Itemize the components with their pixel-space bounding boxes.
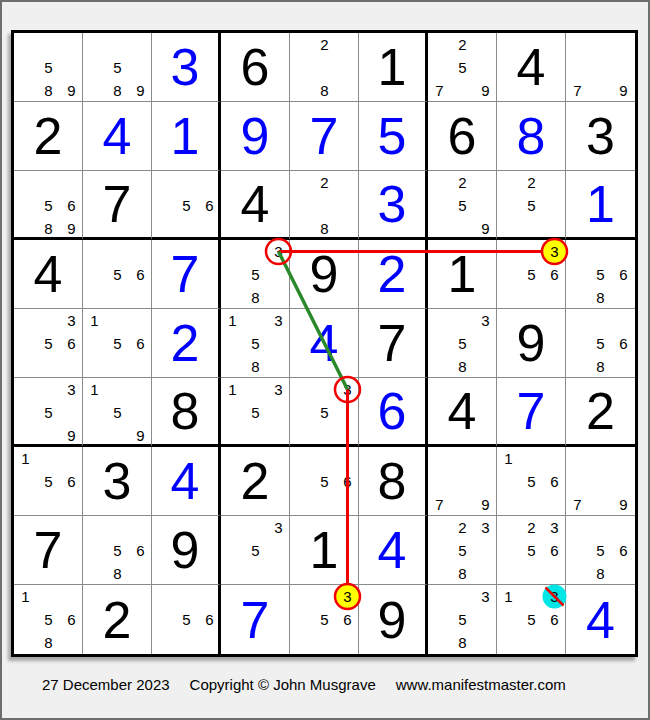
cell-r1c2[interactable]: 589 — [83, 33, 152, 102]
cell-r8c2[interactable]: 568 — [83, 516, 152, 585]
cell-r9c5[interactable]: 356 — [290, 585, 359, 654]
given-digit: 6 — [428, 102, 496, 170]
cell-r7c2[interactable]: 3 — [83, 447, 152, 516]
candidate-5: 5 — [244, 263, 267, 286]
cell-r2c6[interactable]: 5 — [359, 102, 428, 171]
candidate-5: 5 — [106, 401, 129, 424]
cell-r8c6[interactable]: 4 — [359, 516, 428, 585]
cell-r6c7[interactable]: 4 — [428, 378, 497, 447]
candidate-5: 5 — [106, 539, 129, 562]
cell-r4c1[interactable]: 4 — [14, 240, 83, 309]
solved-digit: 1 — [152, 102, 218, 170]
solved-digit: 2 — [152, 309, 218, 377]
cell-r2c1[interactable]: 2 — [14, 102, 83, 171]
candidate-1: 1 — [221, 309, 244, 332]
candidate-5: 5 — [451, 608, 474, 631]
candidate-5: 5 — [520, 539, 543, 562]
solved-digit: 9 — [221, 102, 289, 170]
given-digit: 2 — [221, 447, 289, 515]
given-digit: 2 — [14, 102, 82, 170]
candidate-6: 6 — [336, 470, 359, 493]
candidate-9: 9 — [612, 493, 635, 516]
candidate-5: 5 — [37, 332, 60, 355]
candidate-1: 1 — [83, 309, 106, 332]
candidate-8: 8 — [37, 631, 60, 654]
candidate-5: 5 — [244, 332, 267, 355]
given-digit: 6 — [221, 33, 289, 101]
cell-r7c8[interactable]: 156 — [497, 447, 566, 516]
candidate-8: 8 — [451, 562, 474, 585]
candidate-6: 6 — [60, 608, 83, 631]
solved-digit: 7 — [290, 102, 358, 170]
candidate-8: 8 — [313, 217, 336, 240]
cell-r9c2[interactable]: 2 — [83, 585, 152, 654]
solved-digit: 6 — [359, 378, 425, 444]
candidate-1: 1 — [83, 378, 106, 401]
given-digit: 9 — [359, 585, 425, 654]
candidate-5: 5 — [37, 608, 60, 631]
cell-r2c5[interactable]: 7 — [290, 102, 359, 171]
candidate-9: 9 — [474, 493, 497, 516]
cell-r3c5[interactable]: 28 — [290, 171, 359, 240]
candidate-3: 3 — [474, 585, 497, 608]
candidate-2: 2 — [520, 516, 543, 539]
candidate-5: 5 — [520, 608, 543, 631]
given-digit: 4 — [221, 171, 289, 237]
cell-r8c1[interactable]: 7 — [14, 516, 83, 585]
cell-r1c3[interactable]: 3 — [152, 33, 221, 102]
cell-r8c4[interactable]: 35 — [221, 516, 290, 585]
candidate-5: 5 — [520, 470, 543, 493]
cell-r2c3[interactable]: 1 — [152, 102, 221, 171]
candidate-5: 5 — [37, 194, 60, 217]
cell-r5c8[interactable]: 9 — [497, 309, 566, 378]
solved-digit: 3 — [152, 33, 218, 101]
candidate-5: 5 — [106, 263, 129, 286]
cell-r6c2[interactable]: 159 — [83, 378, 152, 447]
candidate-7: 7 — [428, 493, 451, 516]
cell-r9c9[interactable]: 4 — [566, 585, 635, 654]
candidate-2: 2 — [451, 171, 474, 194]
candidate-6: 6 — [60, 332, 83, 355]
candidate-3: 3 — [60, 309, 83, 332]
solved-digit: 4 — [290, 309, 358, 377]
given-digit: 2 — [566, 378, 635, 444]
cell-r3c2[interactable]: 7 — [83, 171, 152, 240]
candidate-2: 2 — [451, 516, 474, 539]
given-digit: 1 — [359, 33, 425, 101]
sudoku-board: 5895893628125794792419756835689756428325… — [11, 30, 638, 657]
cell-r8c9[interactable]: 568 — [566, 516, 635, 585]
given-digit: 9 — [497, 309, 565, 377]
candidate-8: 8 — [451, 355, 474, 378]
candidate-6: 6 — [198, 608, 221, 631]
cell-r3c8[interactable]: 25 — [497, 171, 566, 240]
cell-r8c5[interactable]: 1 — [290, 516, 359, 585]
candidate-3: 3 — [267, 240, 290, 263]
given-digit: 7 — [359, 309, 425, 377]
cell-r8c8[interactable]: 2356 — [497, 516, 566, 585]
cell-r1c1[interactable]: 589 — [14, 33, 83, 102]
cell-r6c4[interactable]: 135 — [221, 378, 290, 447]
candidate-5: 5 — [589, 332, 612, 355]
cell-r7c4[interactable]: 2 — [221, 447, 290, 516]
candidate-6: 6 — [543, 539, 566, 562]
footer-website: www.manifestmaster.com — [396, 676, 566, 693]
candidate-5: 5 — [589, 263, 612, 286]
candidate-9: 9 — [60, 79, 83, 102]
cell-r2c9[interactable]: 3 — [566, 102, 635, 171]
cell-r4c2[interactable]: 56 — [83, 240, 152, 309]
given-digit: 4 — [428, 378, 496, 444]
cell-r9c6[interactable]: 9 — [359, 585, 428, 654]
candidate-5: 5 — [244, 539, 267, 562]
cell-r9c4[interactable]: 7 — [221, 585, 290, 654]
candidate-5: 5 — [313, 470, 336, 493]
candidate-6: 6 — [60, 194, 83, 217]
candidate-1: 1 — [221, 378, 244, 401]
footer-date: 27 December 2023 — [42, 676, 170, 693]
solved-digit: 7 — [152, 240, 218, 308]
candidate-8: 8 — [106, 79, 129, 102]
candidate-7: 7 — [566, 493, 589, 516]
given-digit: 7 — [83, 171, 151, 237]
given-digit: 3 — [83, 447, 151, 515]
candidate-1: 1 — [14, 447, 37, 470]
candidate-6: 6 — [612, 539, 635, 562]
cell-r2c7[interactable]: 6 — [428, 102, 497, 171]
solved-digit: 4 — [359, 516, 425, 584]
cell-r3c9[interactable]: 1 — [566, 171, 635, 240]
given-digit: 8 — [152, 378, 218, 444]
candidate-2: 2 — [520, 171, 543, 194]
given-digit: 8 — [359, 447, 425, 515]
candidate-5: 5 — [313, 401, 336, 424]
candidate-3: 3 — [336, 585, 359, 608]
solved-digit: 3 — [359, 171, 425, 237]
cell-r5c1[interactable]: 356 — [14, 309, 83, 378]
candidate-6: 6 — [543, 263, 566, 286]
candidate-6: 6 — [612, 263, 635, 286]
candidate-5: 5 — [106, 332, 129, 355]
footer: 27 December 2023Copyright © John Musgrav… — [42, 676, 586, 693]
candidate-7: 7 — [566, 79, 589, 102]
candidate-5: 5 — [451, 332, 474, 355]
candidate-5: 5 — [520, 194, 543, 217]
candidate-3: 3 — [474, 309, 497, 332]
cell-r4c3[interactable]: 7 — [152, 240, 221, 309]
cell-r3c1[interactable]: 5689 — [14, 171, 83, 240]
cell-r6c5[interactable]: 35 — [290, 378, 359, 447]
cell-r8c3[interactable]: 9 — [152, 516, 221, 585]
candidate-8: 8 — [106, 562, 129, 585]
candidate-3: 3 — [267, 309, 290, 332]
candidate-1: 1 — [497, 585, 520, 608]
given-digit: 4 — [14, 240, 82, 308]
candidate-6: 6 — [543, 608, 566, 631]
candidate-5: 5 — [520, 263, 543, 286]
cell-r7c3[interactable]: 4 — [152, 447, 221, 516]
cell-r5c7[interactable]: 358 — [428, 309, 497, 378]
cell-r1c4[interactable]: 6 — [221, 33, 290, 102]
cell-r4c9[interactable]: 568 — [566, 240, 635, 309]
candidate-5: 5 — [175, 608, 198, 631]
cell-r6c9[interactable]: 2 — [566, 378, 635, 447]
footer-copyright: Copyright © John Musgrave — [190, 676, 376, 693]
candidate-9: 9 — [60, 424, 83, 447]
candidate-5: 5 — [175, 194, 198, 217]
given-digit: 1 — [290, 516, 358, 584]
cell-r7c1[interactable]: 156 — [14, 447, 83, 516]
candidate-9: 9 — [474, 217, 497, 240]
solved-digit: 5 — [359, 102, 425, 170]
candidate-3: 3 — [336, 378, 359, 401]
solved-digit: 1 — [566, 171, 635, 237]
candidate-8: 8 — [589, 562, 612, 585]
candidate-6: 6 — [612, 332, 635, 355]
cell-r9c7[interactable]: 358 — [428, 585, 497, 654]
candidate-8: 8 — [589, 355, 612, 378]
cell-r7c6[interactable]: 8 — [359, 447, 428, 516]
given-digit: 2 — [83, 585, 151, 654]
candidate-7: 7 — [428, 79, 451, 102]
cell-r7c7[interactable]: 79 — [428, 447, 497, 516]
candidate-8: 8 — [244, 355, 267, 378]
candidate-5: 5 — [37, 56, 60, 79]
candidate-6: 6 — [543, 470, 566, 493]
candidate-3: 3 — [543, 585, 566, 608]
candidate-5: 5 — [589, 539, 612, 562]
solved-digit: 7 — [497, 378, 565, 444]
cell-r1c6[interactable]: 1 — [359, 33, 428, 102]
cell-r2c8[interactable]: 8 — [497, 102, 566, 171]
solved-digit: 8 — [497, 102, 565, 170]
cell-r5c9[interactable]: 568 — [566, 309, 635, 378]
candidate-6: 6 — [129, 539, 152, 562]
candidate-3: 3 — [474, 516, 497, 539]
cell-r4c7[interactable]: 1 — [428, 240, 497, 309]
candidate-5: 5 — [451, 194, 474, 217]
candidate-1: 1 — [14, 585, 37, 608]
cell-r6c3[interactable]: 8 — [152, 378, 221, 447]
candidate-5: 5 — [37, 401, 60, 424]
cell-r6c6[interactable]: 6 — [359, 378, 428, 447]
candidate-8: 8 — [451, 631, 474, 654]
given-digit: 7 — [14, 516, 82, 584]
solved-digit: 4 — [83, 102, 151, 170]
candidate-3: 3 — [60, 378, 83, 401]
cell-r2c4[interactable]: 9 — [221, 102, 290, 171]
candidate-6: 6 — [60, 470, 83, 493]
cell-r2c2[interactable]: 4 — [83, 102, 152, 171]
cell-r1c8[interactable]: 4 — [497, 33, 566, 102]
cell-r5c5[interactable]: 4 — [290, 309, 359, 378]
candidate-2: 2 — [313, 171, 336, 194]
cell-r1c5[interactable]: 28 — [290, 33, 359, 102]
solved-digit: 4 — [566, 585, 635, 654]
sudoku-page: 5895893628125794792419756835689756428325… — [0, 0, 650, 720]
candidate-1: 1 — [497, 447, 520, 470]
given-digit: 1 — [428, 240, 496, 308]
candidate-2: 2 — [313, 33, 336, 56]
cell-r1c7[interactable]: 2579 — [428, 33, 497, 102]
candidate-5: 5 — [451, 56, 474, 79]
candidate-3: 3 — [543, 240, 566, 263]
candidate-9: 9 — [60, 217, 83, 240]
candidate-5: 5 — [37, 470, 60, 493]
candidate-2: 2 — [451, 33, 474, 56]
candidate-8: 8 — [589, 286, 612, 309]
candidate-8: 8 — [313, 79, 336, 102]
candidate-5: 5 — [313, 608, 336, 631]
cell-r4c5[interactable]: 9 — [290, 240, 359, 309]
candidate-8: 8 — [244, 286, 267, 309]
cell-r9c8[interactable]: 1356 — [497, 585, 566, 654]
cell-r3c4[interactable]: 4 — [221, 171, 290, 240]
cell-r6c8[interactable]: 7 — [497, 378, 566, 447]
candidate-6: 6 — [129, 263, 152, 286]
candidate-6: 6 — [198, 194, 221, 217]
cell-r3c6[interactable]: 3 — [359, 171, 428, 240]
candidate-5: 5 — [244, 401, 267, 424]
candidate-6: 6 — [129, 332, 152, 355]
cell-r9c1[interactable]: 1568 — [14, 585, 83, 654]
candidate-3: 3 — [267, 378, 290, 401]
given-digit: 4 — [497, 33, 565, 101]
cell-r1c9[interactable]: 79 — [566, 33, 635, 102]
solved-digit: 2 — [359, 240, 425, 308]
solved-digit: 7 — [221, 585, 289, 654]
candidate-9: 9 — [612, 79, 635, 102]
given-digit: 3 — [566, 102, 635, 170]
solved-digit: 4 — [152, 447, 218, 515]
candidate-9: 9 — [129, 79, 152, 102]
candidate-8: 8 — [37, 217, 60, 240]
cell-r4c6[interactable]: 2 — [359, 240, 428, 309]
cell-r3c3[interactable]: 56 — [152, 171, 221, 240]
cell-r5c3[interactable]: 2 — [152, 309, 221, 378]
cell-r5c4[interactable]: 1358 — [221, 309, 290, 378]
candidate-5: 5 — [106, 56, 129, 79]
candidate-3: 3 — [267, 516, 290, 539]
given-digit: 9 — [290, 240, 358, 308]
cell-r7c5[interactable]: 56 — [290, 447, 359, 516]
given-digit: 9 — [152, 516, 218, 584]
cell-r5c6[interactable]: 7 — [359, 309, 428, 378]
cell-r7c9[interactable]: 79 — [566, 447, 635, 516]
candidate-8: 8 — [37, 79, 60, 102]
candidate-5: 5 — [451, 539, 474, 562]
candidate-6: 6 — [336, 608, 359, 631]
candidate-3: 3 — [543, 516, 566, 539]
cell-r9c3[interactable]: 56 — [152, 585, 221, 654]
cell-r4c4[interactable]: 358 — [221, 240, 290, 309]
candidate-9: 9 — [129, 424, 152, 447]
candidate-9: 9 — [474, 79, 497, 102]
cell-r5c2[interactable]: 156 — [83, 309, 152, 378]
cell-r8c7[interactable]: 2358 — [428, 516, 497, 585]
cell-r4c8[interactable]: 356 — [497, 240, 566, 309]
cell-r6c1[interactable]: 359 — [14, 378, 83, 447]
cell-r3c7[interactable]: 259 — [428, 171, 497, 240]
